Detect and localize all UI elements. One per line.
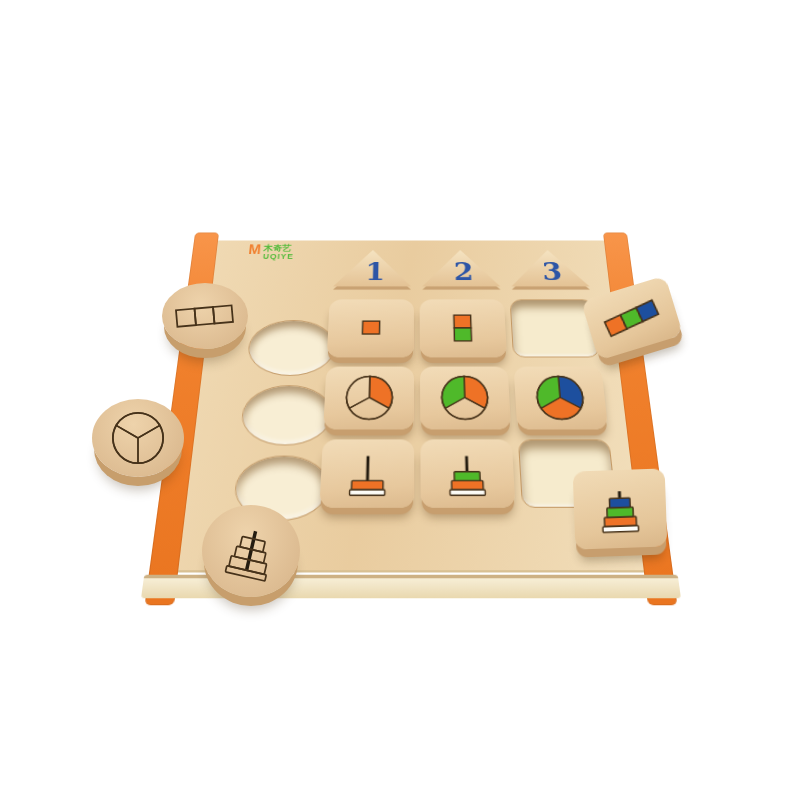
cell-r2c3 xyxy=(513,365,608,432)
tile-stacker-2[interactable] xyxy=(420,439,515,507)
tile-squares-2[interactable] xyxy=(420,299,507,357)
cell-r2c2 xyxy=(420,365,511,432)
stacker-icon xyxy=(213,513,290,590)
pie-thirds-icon xyxy=(342,373,396,423)
pie-thirds-icon xyxy=(438,373,492,423)
cell-r3c2 xyxy=(420,437,515,510)
logo-cn-text: 木奇艺 xyxy=(263,244,294,252)
stacker-icon xyxy=(591,480,649,538)
loose-disc-thirds[interactable] xyxy=(92,399,184,477)
pie-thirds-icon xyxy=(109,409,167,467)
column-header-1: 1 xyxy=(330,250,414,293)
round-recess-1[interactable] xyxy=(246,320,337,376)
round-recess-2[interactable] xyxy=(239,385,333,445)
tile-thirds-2[interactable] xyxy=(420,367,511,430)
pie-thirds-icon xyxy=(532,373,589,423)
loose-disc-stacker[interactable] xyxy=(202,505,300,597)
logo-en-text: UQIYE xyxy=(263,252,294,260)
column-header-3: 3 xyxy=(507,250,593,293)
cell-r1c2 xyxy=(420,298,508,360)
cell-r3c1 xyxy=(319,437,414,510)
stacker-icon xyxy=(439,446,496,500)
column-number-1: 1 xyxy=(365,257,385,286)
squares-icon xyxy=(345,305,397,351)
brand-logo: M 木奇艺 UQIYE xyxy=(247,244,294,260)
column-header-2: 2 xyxy=(419,250,503,293)
column-number-2: 2 xyxy=(453,257,474,286)
tile-squares-1[interactable] xyxy=(327,299,414,357)
loose-tile-stacker-3[interactable] xyxy=(573,468,668,549)
loose-disc-squares[interactable] xyxy=(162,283,248,349)
column-number-3: 3 xyxy=(541,257,563,286)
cell-r1c1 xyxy=(327,298,414,360)
logo-m-icon: M xyxy=(248,244,261,255)
squares-icon xyxy=(171,282,238,349)
tile-stacker-1[interactable] xyxy=(319,439,414,507)
stacker-icon xyxy=(339,446,395,500)
tile-thirds-1[interactable] xyxy=(323,367,414,430)
squares-icon xyxy=(437,305,489,351)
cell-r2c1 xyxy=(323,365,414,432)
tile-grid: 123 xyxy=(319,250,617,510)
tile-thirds-3[interactable] xyxy=(514,367,609,430)
product-photo-stage: M 木奇艺 UQIYE 123 xyxy=(0,0,800,800)
